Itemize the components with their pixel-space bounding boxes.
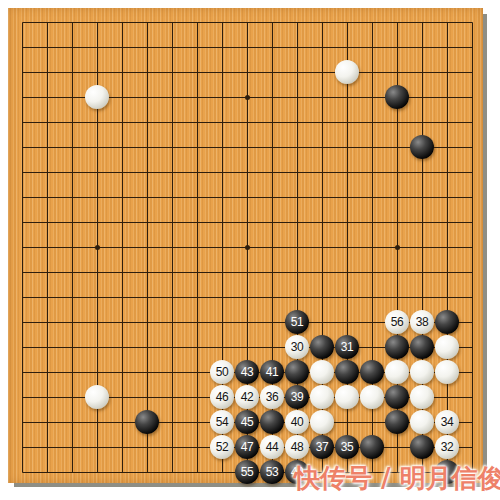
stone-black: [385, 410, 409, 434]
stone-black: 47: [235, 435, 259, 459]
stone-white: 56: [385, 310, 409, 334]
stone-black: 41: [260, 360, 284, 384]
stone-white: [360, 385, 384, 409]
stone-black: 37: [310, 435, 334, 459]
stone-white: [410, 410, 434, 434]
stone-black: [285, 360, 309, 384]
watermark-text: 快传号 / 明月信俊: [294, 461, 500, 496]
stone-white: 40: [285, 410, 309, 434]
stone-white: 44: [260, 435, 284, 459]
stone-white: 30: [285, 335, 309, 359]
stone-white: [385, 360, 409, 384]
move-number: 51: [291, 316, 303, 328]
move-number: 42: [241, 391, 253, 403]
stone-black: 53: [260, 460, 284, 484]
stone-black: [360, 360, 384, 384]
stone-black: [335, 360, 359, 384]
move-number: 36: [266, 391, 278, 403]
move-number: 32: [441, 441, 453, 453]
stone-black: [260, 410, 284, 434]
move-number: 46: [216, 391, 228, 403]
stone-black: [310, 335, 334, 359]
stone-white: [410, 360, 434, 384]
stone-black: [385, 335, 409, 359]
move-number: 56: [391, 316, 403, 328]
stone-black: [410, 435, 434, 459]
stone-white: [310, 385, 334, 409]
stone-white: 46: [210, 385, 234, 409]
stone-white: 36: [260, 385, 284, 409]
move-number: 45: [241, 416, 253, 428]
move-number: 53: [266, 466, 278, 478]
move-number: 52: [216, 441, 228, 453]
move-number: 55: [241, 466, 253, 478]
kifu-page: 5156383031504341464236395445403452474448…: [0, 0, 500, 500]
move-number: 37: [316, 441, 328, 453]
move-number: 41: [266, 366, 278, 378]
stone-black: [435, 310, 459, 334]
stone-white: [335, 385, 359, 409]
move-number: 35: [341, 441, 353, 453]
stone-black: [360, 435, 384, 459]
stone-white: [410, 385, 434, 409]
stone-black: 51: [285, 310, 309, 334]
stone-white: 52: [210, 435, 234, 459]
move-number: 30: [291, 341, 303, 353]
stone-white: [310, 410, 334, 434]
move-number: 31: [341, 341, 353, 353]
move-number: 43: [241, 366, 253, 378]
stone-white: 54: [210, 410, 234, 434]
move-number: 34: [441, 416, 453, 428]
move-number: 38: [416, 316, 428, 328]
stone-black: [135, 410, 159, 434]
move-number: 39: [291, 391, 303, 403]
stone-white: [435, 360, 459, 384]
stone-white: 32: [435, 435, 459, 459]
stone-black: [385, 385, 409, 409]
move-number: 44: [266, 441, 278, 453]
stone-white: 50: [210, 360, 234, 384]
stone-black: 31: [335, 335, 359, 359]
stone-black: 39: [285, 385, 309, 409]
stone-black: 43: [235, 360, 259, 384]
stone-white: 42: [235, 385, 259, 409]
go-board: 5156383031504341464236395445403452474448…: [8, 8, 483, 483]
move-number: 47: [241, 441, 253, 453]
stone-white: 48: [285, 435, 309, 459]
stone-black: [385, 85, 409, 109]
stone-white: [85, 85, 109, 109]
stone-white: [85, 385, 109, 409]
move-number: 54: [216, 416, 228, 428]
stone-white: [435, 335, 459, 359]
move-number: 40: [291, 416, 303, 428]
stone-white: 34: [435, 410, 459, 434]
stone-white: 38: [410, 310, 434, 334]
move-number: 48: [291, 441, 303, 453]
stone-white: [335, 60, 359, 84]
move-number: 50: [216, 366, 228, 378]
stone-black: [410, 135, 434, 159]
stone-white: [310, 360, 334, 384]
stone-black: [410, 335, 434, 359]
stone-black: 35: [335, 435, 359, 459]
stone-black: 55: [235, 460, 259, 484]
stone-black: 45: [235, 410, 259, 434]
